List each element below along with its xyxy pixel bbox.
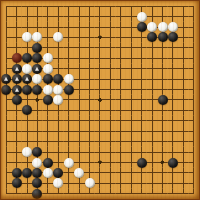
intersection[interactable] <box>74 105 84 115</box>
intersection[interactable] <box>168 178 178 188</box>
intersection[interactable] <box>126 11 136 21</box>
intersection[interactable] <box>178 74 188 84</box>
intersection[interactable] <box>22 157 32 167</box>
intersection[interactable] <box>126 1 136 11</box>
intersection[interactable] <box>189 84 199 94</box>
intersection[interactable] <box>147 136 157 146</box>
intersection[interactable] <box>157 53 167 63</box>
intersection[interactable] <box>11 84 21 94</box>
intersection[interactable] <box>136 105 146 115</box>
intersection[interactable] <box>64 74 74 84</box>
intersection[interactable] <box>53 168 63 178</box>
intersection[interactable] <box>178 11 188 21</box>
intersection[interactable] <box>22 84 32 94</box>
intersection[interactable] <box>74 157 84 167</box>
intersection[interactable] <box>84 168 94 178</box>
intersection[interactable] <box>53 53 63 63</box>
intersection[interactable] <box>126 105 136 115</box>
intersection[interactable] <box>1 53 11 63</box>
intersection[interactable] <box>147 22 157 32</box>
intersection[interactable] <box>105 64 115 74</box>
intersection[interactable] <box>43 32 53 42</box>
intersection[interactable] <box>105 105 115 115</box>
intersection[interactable] <box>95 64 105 74</box>
intersection[interactable] <box>64 126 74 136</box>
intersection[interactable] <box>178 189 188 199</box>
intersection[interactable] <box>105 136 115 146</box>
intersection[interactable] <box>11 116 21 126</box>
intersection[interactable] <box>157 22 167 32</box>
intersection[interactable] <box>32 22 42 32</box>
intersection[interactable] <box>116 168 126 178</box>
intersection[interactable] <box>64 147 74 157</box>
intersection[interactable] <box>32 136 42 146</box>
intersection[interactable] <box>157 32 167 42</box>
intersection[interactable] <box>168 74 178 84</box>
intersection[interactable] <box>157 178 167 188</box>
intersection[interactable] <box>168 22 178 32</box>
intersection[interactable] <box>84 32 94 42</box>
intersection[interactable] <box>178 1 188 11</box>
intersection[interactable] <box>178 105 188 115</box>
intersection[interactable] <box>43 157 53 167</box>
intersection[interactable] <box>168 126 178 136</box>
intersection[interactable] <box>136 84 146 94</box>
intersection[interactable] <box>168 189 178 199</box>
intersection[interactable] <box>64 116 74 126</box>
intersection[interactable] <box>32 147 42 157</box>
intersection[interactable] <box>157 168 167 178</box>
intersection[interactable] <box>147 157 157 167</box>
intersection[interactable] <box>1 11 11 21</box>
intersection[interactable] <box>105 32 115 42</box>
intersection[interactable] <box>84 64 94 74</box>
intersection[interactable] <box>136 22 146 32</box>
intersection[interactable] <box>53 22 63 32</box>
intersection[interactable] <box>22 43 32 53</box>
intersection[interactable] <box>189 157 199 167</box>
intersection[interactable] <box>53 189 63 199</box>
intersection[interactable] <box>178 95 188 105</box>
intersection[interactable] <box>1 168 11 178</box>
intersection[interactable] <box>43 95 53 105</box>
intersection[interactable] <box>74 64 84 74</box>
intersection[interactable] <box>116 116 126 126</box>
intersection[interactable] <box>22 1 32 11</box>
intersection[interactable] <box>74 116 84 126</box>
intersection[interactable] <box>116 157 126 167</box>
intersection[interactable] <box>84 95 94 105</box>
intersection[interactable] <box>22 136 32 146</box>
intersection[interactable] <box>32 168 42 178</box>
intersection[interactable] <box>84 22 94 32</box>
intersection[interactable] <box>147 105 157 115</box>
intersection[interactable] <box>43 43 53 53</box>
intersection[interactable] <box>43 116 53 126</box>
intersection[interactable] <box>105 178 115 188</box>
intersection[interactable] <box>105 95 115 105</box>
intersection[interactable] <box>64 53 74 63</box>
intersection[interactable] <box>168 157 178 167</box>
intersection[interactable] <box>43 136 53 146</box>
intersection[interactable] <box>11 136 21 146</box>
intersection[interactable] <box>74 1 84 11</box>
intersection[interactable] <box>116 53 126 63</box>
intersection[interactable] <box>22 147 32 157</box>
intersection[interactable] <box>147 1 157 11</box>
intersection[interactable] <box>84 136 94 146</box>
intersection[interactable] <box>22 53 32 63</box>
intersection[interactable] <box>84 189 94 199</box>
intersection[interactable] <box>43 126 53 136</box>
intersection[interactable] <box>116 1 126 11</box>
intersection[interactable] <box>178 168 188 178</box>
intersection[interactable] <box>116 64 126 74</box>
intersection[interactable] <box>105 126 115 136</box>
intersection[interactable] <box>126 157 136 167</box>
intersection[interactable] <box>147 95 157 105</box>
intersection[interactable] <box>105 168 115 178</box>
intersection[interactable] <box>168 1 178 11</box>
intersection[interactable] <box>126 64 136 74</box>
intersection[interactable] <box>64 43 74 53</box>
intersection[interactable] <box>32 53 42 63</box>
intersection[interactable] <box>95 126 105 136</box>
intersection[interactable] <box>43 178 53 188</box>
intersection[interactable] <box>11 32 21 42</box>
intersection[interactable] <box>95 53 105 63</box>
intersection[interactable] <box>126 84 136 94</box>
intersection[interactable] <box>136 136 146 146</box>
intersection[interactable] <box>84 74 94 84</box>
intersection[interactable] <box>64 64 74 74</box>
intersection[interactable] <box>126 22 136 32</box>
intersection[interactable] <box>168 116 178 126</box>
intersection[interactable] <box>43 53 53 63</box>
intersection[interactable] <box>126 126 136 136</box>
intersection[interactable] <box>157 116 167 126</box>
intersection[interactable] <box>95 136 105 146</box>
intersection[interactable] <box>116 95 126 105</box>
intersection[interactable] <box>178 136 188 146</box>
intersection[interactable] <box>11 147 21 157</box>
intersection[interactable] <box>136 95 146 105</box>
intersection[interactable] <box>1 136 11 146</box>
intersection[interactable] <box>105 74 115 84</box>
intersection[interactable] <box>189 178 199 188</box>
intersection[interactable] <box>168 147 178 157</box>
intersection[interactable] <box>136 116 146 126</box>
intersection[interactable] <box>1 84 11 94</box>
intersection[interactable] <box>105 147 115 157</box>
intersection[interactable] <box>74 32 84 42</box>
intersection[interactable] <box>105 1 115 11</box>
intersection[interactable] <box>95 43 105 53</box>
intersection[interactable] <box>116 22 126 32</box>
intersection[interactable] <box>126 32 136 42</box>
intersection[interactable] <box>53 11 63 21</box>
intersection[interactable] <box>64 95 74 105</box>
intersection[interactable] <box>116 84 126 94</box>
intersection[interactable] <box>189 32 199 42</box>
intersection[interactable] <box>43 64 53 74</box>
intersection[interactable] <box>32 84 42 94</box>
intersection[interactable] <box>74 11 84 21</box>
intersection[interactable] <box>168 84 178 94</box>
intersection[interactable] <box>11 178 21 188</box>
intersection[interactable] <box>136 32 146 42</box>
intersection[interactable] <box>95 11 105 21</box>
intersection[interactable] <box>22 74 32 84</box>
intersection[interactable] <box>136 168 146 178</box>
intersection[interactable] <box>126 95 136 105</box>
intersection[interactable] <box>157 11 167 21</box>
intersection[interactable] <box>136 147 146 157</box>
intersection[interactable] <box>95 22 105 32</box>
intersection[interactable] <box>22 32 32 42</box>
intersection[interactable] <box>64 168 74 178</box>
intersection[interactable] <box>22 189 32 199</box>
intersection[interactable] <box>22 126 32 136</box>
intersection[interactable] <box>189 1 199 11</box>
intersection[interactable] <box>22 11 32 21</box>
intersection[interactable] <box>147 43 157 53</box>
intersection[interactable] <box>1 178 11 188</box>
intersection[interactable] <box>126 74 136 84</box>
intersection[interactable] <box>32 64 42 74</box>
intersection[interactable] <box>1 32 11 42</box>
intersection[interactable] <box>105 157 115 167</box>
intersection[interactable] <box>116 43 126 53</box>
intersection[interactable] <box>116 178 126 188</box>
intersection[interactable] <box>168 53 178 63</box>
intersection[interactable] <box>1 157 11 167</box>
intersection[interactable] <box>116 105 126 115</box>
intersection[interactable] <box>157 126 167 136</box>
intersection[interactable] <box>64 22 74 32</box>
intersection[interactable] <box>95 84 105 94</box>
intersection[interactable] <box>126 147 136 157</box>
intersection[interactable] <box>178 32 188 42</box>
intersection[interactable] <box>147 168 157 178</box>
intersection[interactable] <box>64 189 74 199</box>
intersection[interactable] <box>147 147 157 157</box>
intersection[interactable] <box>74 74 84 84</box>
intersection[interactable] <box>84 1 94 11</box>
intersection[interactable] <box>157 84 167 94</box>
intersection[interactable] <box>168 43 178 53</box>
intersection[interactable] <box>116 32 126 42</box>
intersection[interactable] <box>157 136 167 146</box>
intersection[interactable] <box>178 116 188 126</box>
intersection[interactable] <box>136 53 146 63</box>
intersection[interactable] <box>84 105 94 115</box>
intersection[interactable] <box>157 95 167 105</box>
intersection[interactable] <box>32 116 42 126</box>
intersection[interactable] <box>189 11 199 21</box>
intersection[interactable] <box>11 105 21 115</box>
intersection[interactable] <box>189 189 199 199</box>
intersection[interactable] <box>168 11 178 21</box>
intersection[interactable] <box>105 22 115 32</box>
intersection[interactable] <box>136 11 146 21</box>
intersection[interactable] <box>84 116 94 126</box>
intersection[interactable] <box>74 147 84 157</box>
intersection[interactable] <box>105 43 115 53</box>
intersection[interactable] <box>1 105 11 115</box>
intersection[interactable] <box>136 1 146 11</box>
intersection[interactable] <box>53 126 63 136</box>
intersection[interactable] <box>168 105 178 115</box>
intersection[interactable] <box>147 32 157 42</box>
intersection[interactable] <box>43 105 53 115</box>
intersection[interactable] <box>189 64 199 74</box>
intersection[interactable] <box>126 189 136 199</box>
intersection[interactable] <box>1 43 11 53</box>
intersection[interactable] <box>11 1 21 11</box>
intersection[interactable] <box>43 11 53 21</box>
intersection[interactable] <box>189 74 199 84</box>
intersection[interactable] <box>126 168 136 178</box>
intersection[interactable] <box>84 43 94 53</box>
intersection[interactable] <box>32 32 42 42</box>
intersection[interactable] <box>147 126 157 136</box>
intersection[interactable] <box>126 116 136 126</box>
intersection[interactable] <box>53 136 63 146</box>
intersection[interactable] <box>178 22 188 32</box>
intersection[interactable] <box>147 53 157 63</box>
intersection[interactable] <box>32 105 42 115</box>
intersection[interactable] <box>53 157 63 167</box>
intersection[interactable] <box>126 53 136 63</box>
intersection[interactable] <box>189 43 199 53</box>
intersection[interactable] <box>157 74 167 84</box>
intersection[interactable] <box>168 32 178 42</box>
intersection[interactable] <box>74 95 84 105</box>
intersection[interactable] <box>32 126 42 136</box>
intersection[interactable] <box>147 116 157 126</box>
intersection[interactable] <box>95 168 105 178</box>
intersection[interactable] <box>53 84 63 94</box>
intersection[interactable] <box>43 84 53 94</box>
intersection[interactable] <box>95 1 105 11</box>
intersection[interactable] <box>116 74 126 84</box>
intersection[interactable] <box>84 157 94 167</box>
intersection[interactable] <box>136 64 146 74</box>
intersection[interactable] <box>105 189 115 199</box>
intersection[interactable] <box>147 64 157 74</box>
intersection[interactable] <box>1 116 11 126</box>
intersection[interactable] <box>147 74 157 84</box>
intersection[interactable] <box>178 53 188 63</box>
intersection[interactable] <box>168 168 178 178</box>
intersection[interactable] <box>32 157 42 167</box>
intersection[interactable] <box>53 1 63 11</box>
intersection[interactable] <box>168 136 178 146</box>
intersection[interactable] <box>1 147 11 157</box>
intersection[interactable] <box>22 105 32 115</box>
intersection[interactable] <box>32 189 42 199</box>
intersection[interactable] <box>64 32 74 42</box>
intersection[interactable] <box>136 43 146 53</box>
intersection[interactable] <box>74 126 84 136</box>
intersection[interactable] <box>136 126 146 136</box>
intersection[interactable] <box>147 178 157 188</box>
intersection[interactable] <box>43 1 53 11</box>
intersection[interactable] <box>84 178 94 188</box>
intersection[interactable] <box>74 178 84 188</box>
intersection[interactable] <box>105 53 115 63</box>
intersection[interactable] <box>116 147 126 157</box>
intersection[interactable] <box>95 32 105 42</box>
intersection[interactable] <box>64 178 74 188</box>
intersection[interactable] <box>64 136 74 146</box>
intersection[interactable] <box>95 95 105 105</box>
intersection[interactable] <box>1 1 11 11</box>
intersection[interactable] <box>74 136 84 146</box>
intersection[interactable] <box>136 189 146 199</box>
intersection[interactable] <box>64 1 74 11</box>
intersection[interactable] <box>157 147 167 157</box>
intersection[interactable] <box>189 53 199 63</box>
intersection[interactable] <box>147 189 157 199</box>
intersection[interactable] <box>1 95 11 105</box>
intersection[interactable] <box>53 178 63 188</box>
intersection[interactable] <box>189 147 199 157</box>
intersection[interactable] <box>43 189 53 199</box>
intersection[interactable] <box>64 11 74 21</box>
intersection[interactable] <box>74 168 84 178</box>
intersection[interactable] <box>11 157 21 167</box>
intersection[interactable] <box>22 178 32 188</box>
intersection[interactable] <box>1 74 11 84</box>
intersection[interactable] <box>1 22 11 32</box>
intersection[interactable] <box>74 53 84 63</box>
intersection[interactable] <box>11 74 21 84</box>
intersection[interactable] <box>1 189 11 199</box>
intersection[interactable] <box>1 126 11 136</box>
intersection[interactable] <box>84 11 94 21</box>
intersection[interactable] <box>116 11 126 21</box>
intersection[interactable] <box>64 157 74 167</box>
intersection[interactable] <box>126 43 136 53</box>
intersection[interactable] <box>168 95 178 105</box>
intersection[interactable] <box>189 126 199 136</box>
intersection[interactable] <box>126 178 136 188</box>
intersection[interactable] <box>32 74 42 84</box>
intersection[interactable] <box>116 136 126 146</box>
intersection[interactable] <box>32 1 42 11</box>
intersection[interactable] <box>22 168 32 178</box>
intersection[interactable] <box>105 116 115 126</box>
intersection[interactable] <box>64 105 74 115</box>
intersection[interactable] <box>116 189 126 199</box>
intersection[interactable] <box>95 147 105 157</box>
intersection[interactable] <box>178 126 188 136</box>
intersection[interactable] <box>147 84 157 94</box>
intersection[interactable] <box>53 64 63 74</box>
intersection[interactable] <box>189 105 199 115</box>
intersection[interactable] <box>189 95 199 105</box>
intersection[interactable] <box>11 43 21 53</box>
intersection[interactable] <box>43 22 53 32</box>
intersection[interactable] <box>11 53 21 63</box>
intersection[interactable] <box>22 22 32 32</box>
intersection[interactable] <box>53 95 63 105</box>
intersection[interactable] <box>136 74 146 84</box>
intersection[interactable] <box>53 116 63 126</box>
intersection[interactable] <box>147 11 157 21</box>
